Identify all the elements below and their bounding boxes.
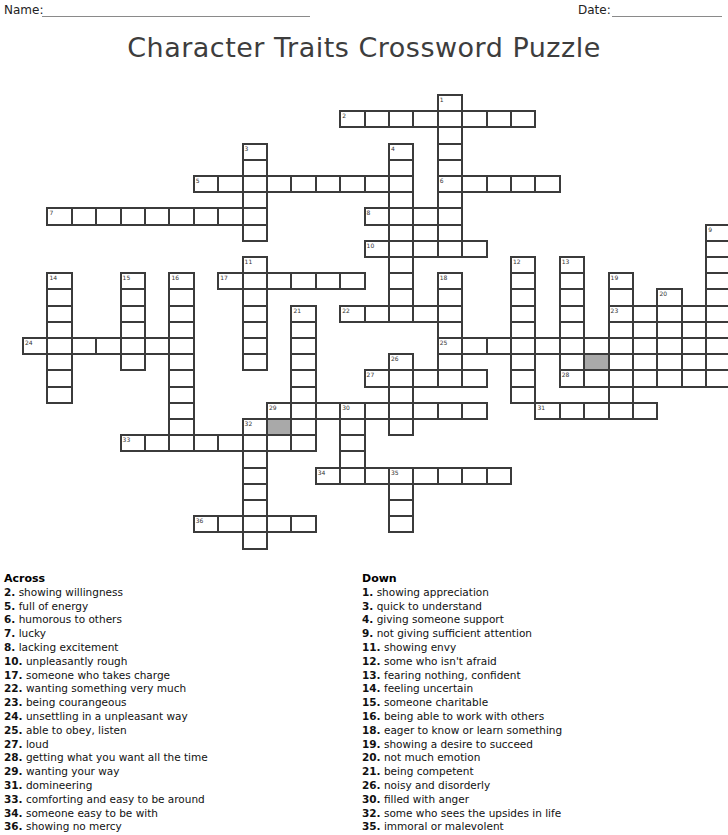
clue-number: 15 [123,274,131,281]
grid-cell[interactable] [266,272,292,290]
clue-item: 26. noisy and disorderly [362,779,714,793]
clue-number: 7 [49,209,53,216]
grid-cell[interactable] [559,402,585,420]
grid-cell[interactable] [412,467,438,485]
grid-cell[interactable] [486,337,512,355]
clue-number: 24 [25,339,33,346]
grid-cell[interactable] [461,467,487,485]
grid-cell[interactable] [46,386,72,404]
grid-cell[interactable] [95,337,121,355]
grid-cell[interactable] [632,337,658,355]
grid-cell[interactable] [71,207,97,225]
grid-cell[interactable] [290,272,316,290]
clue-number: 19 [611,274,619,281]
clue-item: 16. being able to work with others [362,710,714,724]
clue-item: 30. filled with anger [362,793,714,807]
grid-cell[interactable] [193,207,219,225]
clue-item: 25. able to obey, listen [4,724,356,738]
clue-number: 34 [318,469,326,476]
grid-cell[interactable] [217,207,243,225]
grid-cell[interactable] [364,305,390,323]
clue-item: 3. quick to understand [362,600,714,614]
grid-cell[interactable] [266,434,292,452]
grid-cell[interactable] [437,369,463,387]
grid-cell[interactable] [412,110,438,128]
grid-cell[interactable] [632,305,658,323]
grid-cell[interactable] [461,240,487,258]
grid-cell[interactable] [461,369,487,387]
grid-cell[interactable] [364,467,390,485]
grid-cell[interactable] [120,353,146,371]
grid-cell[interactable] [217,175,243,193]
clue-item: 13. fearing nothing, confident [362,669,714,683]
clue-number: 23 [611,307,619,314]
clue-number: 21 [293,307,301,314]
clue-number: 25 [440,339,448,346]
grid-cell[interactable] [315,175,341,193]
clue-item: 33. comforting and easy to be around [4,793,356,807]
grid-cell[interactable] [632,369,658,387]
grid-cell[interactable]: 28 [559,369,585,387]
clue-item: 36. showing no mercy [4,820,356,834]
clue-item: 1. showing appreciation [362,586,714,600]
grid-cell[interactable] [461,110,487,128]
clue-item: 35. immoral or malevolent [362,820,714,834]
worksheet-page: { "header": { "name_label": "Name:", "da… [0,0,728,835]
grid-cell[interactable] [583,369,609,387]
grid-cell[interactable]: 10 [364,240,390,258]
clue-item: 28. getting what you want all the time [4,751,356,765]
grid-cell[interactable] [412,305,438,323]
clue-item: 10. unpleasantly rough [4,655,356,669]
clue-number: 2 [342,112,346,119]
clue-item: 24. unsettling in a unpleasant way [4,710,356,724]
grid-cell[interactable]: 2 [339,110,365,128]
clue-item: 18. eager to know or learn something [362,724,714,738]
grid-cell[interactable] [242,353,268,371]
clue-item: 11. showing envy [362,641,714,655]
across-clue-list: Across 2. showing willingness5. full of … [4,572,356,834]
grid-cell[interactable] [412,402,438,420]
grid-cell[interactable] [339,175,365,193]
grid-cell[interactable]: 8 [364,207,390,225]
grid-cell[interactable] [388,110,414,128]
grid-cell[interactable] [144,337,170,355]
grid-cell[interactable] [510,386,536,404]
clue-number: 6 [440,177,444,184]
clue-number: 14 [49,274,57,281]
grid-cell[interactable] [217,515,243,533]
grid-cell[interactable] [412,240,438,258]
down-heading: Down [362,572,714,586]
grid-cell[interactable] [681,305,707,323]
grid-cell[interactable] [266,175,292,193]
grid-cell[interactable] [290,515,316,533]
grid-cell[interactable] [705,369,728,387]
name-label: Name: [4,3,43,17]
grid-cell[interactable] [632,402,658,420]
clue-number: 9 [708,226,712,233]
clue-number: 35 [391,469,399,476]
clue-item: 2. showing willingness [4,586,356,600]
grid-cell[interactable] [534,175,560,193]
clue-number: 16 [171,274,179,281]
grid-cell[interactable] [608,402,634,420]
grid-cell[interactable] [315,402,341,420]
clue-number: 31 [537,404,545,411]
clue-number: 3 [245,145,249,152]
grid-cell[interactable] [486,175,512,193]
clue-item: 12. some who isn't afraid [362,655,714,669]
clue-number: 5 [196,177,200,184]
clue-item: 32. some who sees the upsides in life [362,807,714,821]
date-label: Date: [578,3,611,17]
grid-cell[interactable]: 27 [364,369,390,387]
grid-cell[interactable] [412,207,438,225]
grid-cell[interactable] [217,434,243,452]
clue-item: 23. being courangeous [4,696,356,710]
clue-item: 9. not giving sufficient attention [362,627,714,641]
crossword-grid: 1234567891011121314151617181920212223242… [22,94,728,564]
grid-cell[interactable] [339,467,365,485]
grid-cell[interactable] [486,467,512,485]
grid-cell[interactable]: 17 [217,272,243,290]
clue-item: 8. lacking excitement [4,641,356,655]
grid-cell[interactable] [412,369,438,387]
clue-number: 12 [513,258,521,265]
date-blank-line[interactable] [612,2,722,17]
clue-item: 6. humorous to others [4,613,356,627]
grid-cell[interactable]: 5 [193,175,219,193]
clue-item: 15. someone charitable [362,696,714,710]
grid-cell[interactable] [364,110,390,128]
grid-cell[interactable] [266,515,292,533]
grid-cell[interactable]: 7 [46,207,72,225]
grid-cell[interactable] [339,272,365,290]
grid-cell[interactable] [388,418,414,436]
clue-number: 1 [440,96,444,103]
clue-item: 31. domineering [4,779,356,793]
grid-cell[interactable] [656,369,682,387]
grid-cell[interactable] [242,224,268,242]
grid-cell[interactable] [583,402,609,420]
clue-number: 4 [391,145,395,152]
clue-item: 21. being competent [362,765,714,779]
grid-cell[interactable] [144,434,170,452]
grid-cell[interactable] [71,337,97,355]
clue-number: 22 [342,307,350,314]
grid-cell[interactable] [315,272,341,290]
grid-cell[interactable] [168,434,194,452]
clue-number: 28 [562,371,570,378]
grid-cell[interactable]: 36 [193,515,219,533]
clue-item: 14. feeling uncertain [362,682,714,696]
grid-cell[interactable] [290,434,316,452]
clue-number: 13 [562,258,570,265]
clue-item: 22. wanting something very much [4,682,356,696]
clue-number: 11 [245,258,253,265]
clue-number: 33 [123,436,131,443]
grid-cell[interactable] [193,434,219,452]
grid-cell[interactable] [364,175,390,193]
page-title: Character Traits Crossword Puzzle [0,32,728,63]
clue-number: 18 [440,274,448,281]
grid-cell[interactable] [461,175,487,193]
grid-cell[interactable] [461,402,487,420]
clue-number: 32 [245,420,253,427]
clue-item: 20. not much emotion [362,751,714,765]
grid-cell[interactable] [437,402,463,420]
clue-item: 34. someone easy to be with [4,807,356,821]
grid-cell[interactable]: 31 [534,402,560,420]
clue-number: 30 [342,404,350,411]
grid-cell[interactable] [144,207,170,225]
across-heading: Across [4,572,356,586]
grid-cell[interactable] [242,531,268,549]
clue-number: 17 [220,274,228,281]
clue-number: 8 [367,209,371,216]
grid-cell[interactable] [364,402,390,420]
grid-cell[interactable] [681,369,707,387]
clue-item: 7. lucky [4,627,356,641]
clue-item: 17. someone who takes charge [4,669,356,683]
grid-cell[interactable] [461,337,487,355]
grid-cell[interactable] [388,515,414,533]
grid-cell[interactable]: 22 [339,305,365,323]
clue-item: 4. giving someone support [362,613,714,627]
grid-cell[interactable] [388,305,414,323]
grid-cell[interactable] [437,240,463,258]
grid-cell[interactable] [681,337,707,355]
down-clue-list: Down 1. showing appreciation3. quick to … [362,572,714,834]
grid-cell[interactable] [510,175,536,193]
grid-cell[interactable] [437,467,463,485]
grid-cell[interactable] [290,175,316,193]
clue-number: 29 [269,404,277,411]
clue-item: 5. full of energy [4,600,356,614]
grid-cell[interactable]: 33 [120,434,146,452]
grid-cell[interactable]: 24 [22,337,48,355]
clue-item: 19. showing a desire to succeed [362,738,714,752]
clue-number: 26 [391,355,399,362]
clue-number: 36 [196,517,204,524]
grid-cell[interactable]: 34 [315,467,341,485]
clue-number: 20 [659,290,667,297]
grid-cell[interactable] [120,207,146,225]
clue-number: 10 [367,242,375,249]
clue-number: 27 [367,371,375,378]
grid-cell[interactable] [168,207,194,225]
grid-cell[interactable] [95,207,121,225]
grid-cell[interactable] [534,337,560,355]
clue-item: 27. loud [4,738,356,752]
clue-item: 29. wanting your way [4,765,356,779]
name-blank-line[interactable] [42,2,310,17]
grid-cell[interactable] [486,110,512,128]
grid-cell[interactable] [510,110,536,128]
